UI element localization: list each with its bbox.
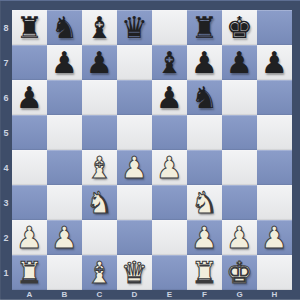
piece-black-bishop[interactable]: ♝ — [152, 45, 187, 80]
square-e2[interactable] — [152, 220, 187, 255]
square-b7[interactable]: ♟ — [47, 45, 82, 80]
file-label-d: D — [117, 290, 152, 300]
piece-black-knight[interactable]: ♞ — [187, 80, 222, 115]
piece-black-pawn[interactable]: ♟ — [222, 45, 257, 80]
square-c3[interactable]: ♞ — [82, 185, 117, 220]
square-f6[interactable]: ♞ — [187, 80, 222, 115]
piece-black-knight[interactable]: ♞ — [47, 10, 82, 45]
square-a8[interactable]: ♜ — [12, 10, 47, 45]
piece-white-rook[interactable]: ♜ — [187, 255, 222, 290]
rank-label-2: 2 — [0, 220, 12, 255]
piece-black-rook[interactable]: ♜ — [187, 10, 222, 45]
piece-white-pawn[interactable]: ♟ — [47, 220, 82, 255]
square-d3[interactable] — [117, 185, 152, 220]
square-b5[interactable] — [47, 115, 82, 150]
rank-label-6: 6 — [0, 80, 12, 115]
rank-labels: 87654321 — [0, 10, 12, 290]
square-f3[interactable]: ♞ — [187, 185, 222, 220]
square-g1[interactable]: ♚ — [222, 255, 257, 290]
square-h6[interactable] — [257, 80, 292, 115]
piece-black-pawn[interactable]: ♟ — [47, 45, 82, 80]
square-e4[interactable]: ♟ — [152, 150, 187, 185]
square-f1[interactable]: ♜ — [187, 255, 222, 290]
square-g3[interactable] — [222, 185, 257, 220]
square-b3[interactable] — [47, 185, 82, 220]
chess-board-frame: 87654321 ♜♞♝♛♜♚♟♟♝♟♟♟♟♟♞♝♟♟♞♞♟♟♟♟♟♜♝♛♜♚ … — [0, 0, 300, 300]
square-h4[interactable] — [257, 150, 292, 185]
square-b4[interactable] — [47, 150, 82, 185]
file-label-c: C — [82, 290, 117, 300]
piece-white-bishop[interactable]: ♝ — [82, 150, 117, 185]
square-a6[interactable]: ♟ — [12, 80, 47, 115]
square-e7[interactable]: ♝ — [152, 45, 187, 80]
square-c2[interactable] — [82, 220, 117, 255]
file-label-b: B — [47, 290, 82, 300]
square-e5[interactable] — [152, 115, 187, 150]
square-h7[interactable]: ♟ — [257, 45, 292, 80]
square-a7[interactable] — [12, 45, 47, 80]
square-e6[interactable]: ♟ — [152, 80, 187, 115]
square-c6[interactable] — [82, 80, 117, 115]
square-a5[interactable] — [12, 115, 47, 150]
rank-label-5: 5 — [0, 115, 12, 150]
piece-black-king[interactable]: ♚ — [222, 10, 257, 45]
square-d2[interactable] — [117, 220, 152, 255]
piece-white-rook[interactable]: ♜ — [12, 255, 47, 290]
square-a1[interactable]: ♜ — [12, 255, 47, 290]
square-b6[interactable] — [47, 80, 82, 115]
square-a3[interactable] — [12, 185, 47, 220]
square-h5[interactable] — [257, 115, 292, 150]
piece-white-pawn[interactable]: ♟ — [152, 150, 187, 185]
rank-label-7: 7 — [0, 45, 12, 80]
piece-white-bishop[interactable]: ♝ — [82, 255, 117, 290]
rank-label-4: 4 — [0, 150, 12, 185]
square-h1[interactable] — [257, 255, 292, 290]
piece-white-pawn[interactable]: ♟ — [12, 220, 47, 255]
square-d7[interactable] — [117, 45, 152, 80]
square-g7[interactable]: ♟ — [222, 45, 257, 80]
square-e3[interactable] — [152, 185, 187, 220]
file-label-h: H — [257, 290, 292, 300]
square-c8[interactable]: ♝ — [82, 10, 117, 45]
square-d5[interactable] — [117, 115, 152, 150]
piece-black-pawn[interactable]: ♟ — [187, 45, 222, 80]
piece-white-pawn[interactable]: ♟ — [117, 150, 152, 185]
piece-white-knight[interactable]: ♞ — [82, 185, 117, 220]
square-a4[interactable] — [12, 150, 47, 185]
square-e1[interactable] — [152, 255, 187, 290]
square-b2[interactable]: ♟ — [47, 220, 82, 255]
piece-white-knight[interactable]: ♞ — [187, 185, 222, 220]
square-g2[interactable]: ♟ — [222, 220, 257, 255]
square-a2[interactable]: ♟ — [12, 220, 47, 255]
square-g6[interactable] — [222, 80, 257, 115]
square-g5[interactable] — [222, 115, 257, 150]
file-labels: ABCDEFGH — [12, 290, 292, 300]
square-d1[interactable]: ♛ — [117, 255, 152, 290]
square-f2[interactable]: ♟ — [187, 220, 222, 255]
piece-black-pawn[interactable]: ♟ — [82, 45, 117, 80]
square-h3[interactable] — [257, 185, 292, 220]
square-c4[interactable]: ♝ — [82, 150, 117, 185]
rank-label-8: 8 — [0, 10, 12, 45]
file-label-e: E — [152, 290, 187, 300]
square-b8[interactable]: ♞ — [47, 10, 82, 45]
square-d8[interactable]: ♛ — [117, 10, 152, 45]
piece-black-bishop[interactable]: ♝ — [82, 10, 117, 45]
piece-white-queen[interactable]: ♛ — [117, 255, 152, 290]
rank-label-3: 3 — [0, 185, 12, 220]
rank-label-1: 1 — [0, 255, 12, 290]
piece-white-king[interactable]: ♚ — [222, 255, 257, 290]
piece-white-pawn[interactable]: ♟ — [222, 220, 257, 255]
square-f5[interactable] — [187, 115, 222, 150]
piece-white-pawn[interactable]: ♟ — [257, 220, 292, 255]
square-d6[interactable] — [117, 80, 152, 115]
square-b1[interactable] — [47, 255, 82, 290]
square-f8[interactable]: ♜ — [187, 10, 222, 45]
file-label-g: G — [222, 290, 257, 300]
square-d4[interactable]: ♟ — [117, 150, 152, 185]
file-label-a: A — [12, 290, 47, 300]
square-c7[interactable]: ♟ — [82, 45, 117, 80]
square-h2[interactable]: ♟ — [257, 220, 292, 255]
piece-black-pawn[interactable]: ♟ — [12, 80, 47, 115]
piece-white-pawn[interactable]: ♟ — [187, 220, 222, 255]
square-h8[interactable] — [257, 10, 292, 45]
square-c1[interactable]: ♝ — [82, 255, 117, 290]
file-label-f: F — [187, 290, 222, 300]
piece-black-pawn[interactable]: ♟ — [257, 45, 292, 80]
square-f7[interactable]: ♟ — [187, 45, 222, 80]
piece-black-queen[interactable]: ♛ — [117, 10, 152, 45]
square-g4[interactable] — [222, 150, 257, 185]
square-c5[interactable] — [82, 115, 117, 150]
square-e8[interactable] — [152, 10, 187, 45]
piece-black-rook[interactable]: ♜ — [12, 10, 47, 45]
piece-black-pawn[interactable]: ♟ — [152, 80, 187, 115]
chess-board: ♜♞♝♛♜♚♟♟♝♟♟♟♟♟♞♝♟♟♞♞♟♟♟♟♟♜♝♛♜♚ — [12, 10, 292, 290]
square-g8[interactable]: ♚ — [222, 10, 257, 45]
square-f4[interactable] — [187, 150, 222, 185]
